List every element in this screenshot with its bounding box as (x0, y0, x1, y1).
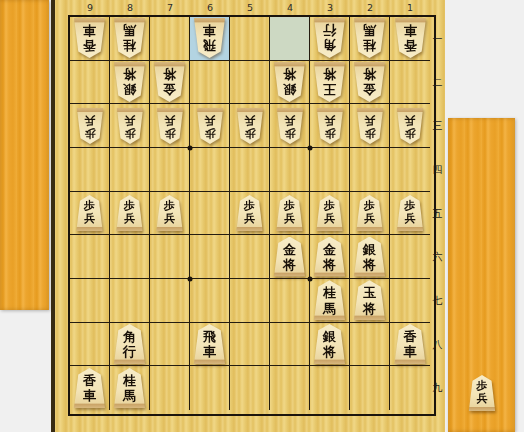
square-95[interactable]: 歩兵 (70, 192, 110, 236)
hand-piece-歩兵-sente[interactable]: 歩兵 (468, 375, 496, 411)
gote-hand-tray[interactable] (0, 0, 49, 310)
piece-角行-gote[interactable]: 角行 (313, 18, 346, 58)
square-18[interactable]: 香車 (390, 323, 430, 367)
board-grid[interactable]: 香車桂馬飛車角行桂馬香車銀将金将銀将王将金将歩兵歩兵歩兵歩兵歩兵歩兵歩兵歩兵歩兵… (70, 17, 430, 410)
square-78[interactable] (150, 323, 190, 367)
piece-桂馬-gote[interactable]: 桂馬 (113, 18, 146, 58)
piece-香車-sente[interactable]: 香車 (73, 368, 106, 408)
piece-face: 金将 (273, 237, 306, 277)
shogi-board-panel: 987654321 香車桂馬飛車角行桂馬香車銀将金将銀将王将金将歩兵歩兵歩兵歩兵… (51, 0, 445, 432)
sente-hand-tray[interactable]: 歩兵 (448, 118, 515, 432)
square-24[interactable] (350, 148, 390, 192)
piece-銀将-gote[interactable]: 銀将 (113, 62, 146, 102)
piece-歩兵-gote[interactable]: 歩兵 (156, 108, 184, 144)
piece-金将-sente[interactable]: 金将 (273, 237, 306, 277)
square-72[interactable]: 金将 (150, 61, 190, 105)
square-83[interactable]: 歩兵 (110, 104, 150, 148)
square-35[interactable]: 歩兵 (310, 192, 350, 236)
piece-face: 歩兵 (396, 108, 424, 144)
piece-飛車-gote[interactable]: 飛車 (193, 18, 226, 58)
square-79[interactable] (150, 366, 190, 410)
piece-face: 銀将 (113, 62, 146, 102)
square-31[interactable]: 角行 (310, 17, 350, 61)
square-68[interactable]: 飛車 (190, 323, 230, 367)
piece-玉将-sente[interactable]: 玉将 (353, 280, 386, 320)
app-window: 987654321 香車桂馬飛車角行桂馬香車銀将金将銀将王将金将歩兵歩兵歩兵歩兵… (0, 0, 524, 432)
piece-歩兵-sente[interactable]: 歩兵 (156, 195, 184, 231)
square-57[interactable] (230, 279, 270, 323)
square-22[interactable]: 金将 (350, 61, 390, 105)
star-point (188, 146, 193, 151)
square-65[interactable] (190, 192, 230, 236)
piece-face: 金将 (153, 62, 186, 102)
square-53[interactable]: 歩兵 (230, 104, 270, 148)
square-38[interactable]: 銀将 (310, 323, 350, 367)
square-13[interactable]: 歩兵 (390, 104, 430, 148)
square-76[interactable] (150, 235, 190, 279)
square-75[interactable]: 歩兵 (150, 192, 190, 236)
file-label-3: 3 (310, 0, 350, 16)
piece-face: 香車 (394, 18, 427, 58)
piece-銀将-sente[interactable]: 銀将 (353, 237, 386, 277)
piece-face: 歩兵 (276, 195, 304, 231)
square-42[interactable]: 銀将 (270, 61, 310, 105)
piece-金将-gote[interactable]: 金将 (153, 62, 186, 102)
board-grid-frame: 香車桂馬飛車角行桂馬香車銀将金将銀将王将金将歩兵歩兵歩兵歩兵歩兵歩兵歩兵歩兵歩兵… (68, 15, 436, 416)
square-36[interactable]: 金将 (310, 235, 350, 279)
square-99[interactable]: 香車 (70, 366, 110, 410)
square-96[interactable] (70, 235, 110, 279)
square-98[interactable] (70, 323, 110, 367)
piece-face: 桂馬 (113, 368, 146, 408)
piece-歩兵-sente[interactable]: 歩兵 (236, 195, 264, 231)
piece-金将-gote[interactable]: 金将 (353, 62, 386, 102)
file-label-2: 2 (350, 0, 390, 16)
piece-歩兵-gote[interactable]: 歩兵 (396, 108, 424, 144)
piece-王将-gote[interactable]: 王将 (313, 62, 346, 102)
piece-face: 歩兵 (276, 108, 304, 144)
piece-face: 歩兵 (396, 195, 424, 231)
square-32[interactable]: 王将 (310, 61, 350, 105)
file-label-8: 8 (110, 0, 150, 16)
square-16[interactable] (390, 235, 430, 279)
piece-角行-sente[interactable]: 角行 (113, 324, 146, 364)
rank-label-2: 二 (430, 61, 445, 105)
square-51[interactable] (230, 17, 270, 61)
piece-face: 歩兵 (196, 108, 224, 144)
square-55[interactable]: 歩兵 (230, 192, 270, 236)
square-15[interactable]: 歩兵 (390, 192, 430, 236)
square-43[interactable]: 歩兵 (270, 104, 310, 148)
piece-face: 歩兵 (156, 195, 184, 231)
piece-歩兵-gote[interactable]: 歩兵 (236, 108, 264, 144)
star-point (188, 277, 193, 282)
square-63[interactable]: 歩兵 (190, 104, 230, 148)
star-point (308, 146, 313, 151)
rank-label-5: 五 (430, 192, 445, 236)
file-label-1: 1 (390, 0, 430, 16)
file-label-7: 7 (150, 0, 190, 16)
piece-face: 歩兵 (236, 195, 264, 231)
piece-face: 角行 (313, 18, 346, 58)
square-19[interactable] (390, 366, 430, 410)
piece-飛車-sente[interactable]: 飛車 (193, 324, 226, 364)
square-84[interactable] (110, 148, 150, 192)
piece-face: 歩兵 (356, 195, 384, 231)
square-48[interactable] (270, 323, 310, 367)
square-89[interactable]: 桂馬 (110, 366, 150, 410)
square-12[interactable] (390, 61, 430, 105)
piece-歩兵-gote[interactable]: 歩兵 (356, 108, 384, 144)
piece-桂馬-gote[interactable]: 桂馬 (353, 18, 386, 58)
rank-label-8: 八 (430, 323, 445, 367)
piece-face: 銀将 (313, 324, 346, 364)
piece-桂馬-sente[interactable]: 桂馬 (313, 280, 346, 320)
square-59[interactable] (230, 366, 270, 410)
piece-face: 歩兵 (468, 375, 496, 411)
square-44[interactable] (270, 148, 310, 192)
piece-face: 桂馬 (353, 18, 386, 58)
piece-銀将-sente[interactable]: 銀将 (313, 324, 346, 364)
piece-香車-sente[interactable]: 香車 (394, 324, 427, 364)
piece-face: 桂馬 (113, 18, 146, 58)
square-47[interactable] (270, 279, 310, 323)
piece-face: 香車 (394, 324, 427, 364)
square-81[interactable]: 桂馬 (110, 17, 150, 61)
piece-face: 歩兵 (316, 195, 344, 231)
piece-face: 歩兵 (236, 108, 264, 144)
square-61[interactable]: 飛車 (190, 17, 230, 61)
piece-face: 香車 (73, 368, 106, 408)
square-73[interactable]: 歩兵 (150, 104, 190, 148)
square-27[interactable]: 玉将 (350, 279, 390, 323)
rank-label-9: 九 (430, 366, 445, 410)
piece-歩兵-sente[interactable]: 歩兵 (76, 195, 104, 231)
file-label-4: 4 (270, 0, 310, 16)
piece-歩兵-sente[interactable]: 歩兵 (356, 195, 384, 231)
square-39[interactable] (310, 366, 350, 410)
square-21[interactable]: 桂馬 (350, 17, 390, 61)
square-64[interactable] (190, 148, 230, 192)
square-17[interactable] (390, 279, 430, 323)
piece-face: 銀将 (273, 62, 306, 102)
file-labels: 987654321 (70, 0, 430, 16)
file-label-9: 9 (70, 0, 110, 16)
square-41[interactable] (270, 17, 310, 61)
square-28[interactable] (350, 323, 390, 367)
square-14[interactable] (390, 148, 430, 192)
piece-桂馬-sente[interactable]: 桂馬 (113, 368, 146, 408)
square-82[interactable]: 銀将 (110, 61, 150, 105)
square-67[interactable] (190, 279, 230, 323)
piece-face: 歩兵 (76, 195, 104, 231)
piece-face: 玉将 (353, 280, 386, 320)
rank-label-7: 七 (430, 279, 445, 323)
piece-歩兵-gote[interactable]: 歩兵 (196, 108, 224, 144)
square-93[interactable]: 歩兵 (70, 104, 110, 148)
piece-歩兵-gote[interactable]: 歩兵 (276, 108, 304, 144)
rank-label-4: 四 (430, 148, 445, 192)
square-86[interactable] (110, 235, 150, 279)
piece-face: 金将 (353, 62, 386, 102)
square-91[interactable]: 香車 (70, 17, 110, 61)
rank-label-3: 三 (430, 104, 445, 148)
rank-labels: 一二三四五六七八九 (430, 17, 445, 410)
piece-face: 歩兵 (356, 108, 384, 144)
square-94[interactable] (70, 148, 110, 192)
piece-face: 歩兵 (156, 108, 184, 144)
piece-歩兵-sente[interactable]: 歩兵 (116, 195, 144, 231)
piece-face: 王将 (313, 62, 346, 102)
square-52[interactable] (230, 61, 270, 105)
square-37[interactable]: 桂馬 (310, 279, 350, 323)
piece-face: 歩兵 (116, 108, 144, 144)
piece-歩兵-gote[interactable]: 歩兵 (316, 108, 344, 144)
piece-face: 角行 (113, 324, 146, 364)
square-66[interactable] (190, 235, 230, 279)
piece-face: 飛車 (193, 324, 226, 364)
square-34[interactable] (310, 148, 350, 192)
rank-label-1: 一 (430, 17, 445, 61)
square-26[interactable]: 銀将 (350, 235, 390, 279)
square-29[interactable] (350, 366, 390, 410)
square-56[interactable] (230, 235, 270, 279)
piece-face: 桂馬 (313, 280, 346, 320)
piece-銀将-gote[interactable]: 銀将 (273, 62, 306, 102)
square-71[interactable] (150, 17, 190, 61)
file-label-6: 6 (190, 0, 230, 16)
piece-face: 銀将 (353, 237, 386, 277)
square-25[interactable]: 歩兵 (350, 192, 390, 236)
star-point (308, 277, 313, 282)
square-54[interactable] (230, 148, 270, 192)
piece-歩兵-sente[interactable]: 歩兵 (396, 195, 424, 231)
piece-歩兵-gote[interactable]: 歩兵 (76, 108, 104, 144)
square-45[interactable]: 歩兵 (270, 192, 310, 236)
piece-歩兵-sente[interactable]: 歩兵 (316, 195, 344, 231)
piece-face: 飛車 (193, 18, 226, 58)
square-87[interactable] (110, 279, 150, 323)
square-74[interactable] (150, 148, 190, 192)
square-46[interactable]: 金将 (270, 235, 310, 279)
piece-face: 歩兵 (76, 108, 104, 144)
piece-歩兵-sente[interactable]: 歩兵 (276, 195, 304, 231)
square-97[interactable] (70, 279, 110, 323)
square-88[interactable]: 角行 (110, 323, 150, 367)
piece-face: 歩兵 (316, 108, 344, 144)
piece-face: 歩兵 (116, 195, 144, 231)
piece-歩兵-gote[interactable]: 歩兵 (116, 108, 144, 144)
square-92[interactable] (70, 61, 110, 105)
square-33[interactable]: 歩兵 (310, 104, 350, 148)
square-58[interactable] (230, 323, 270, 367)
square-11[interactable]: 香車 (390, 17, 430, 61)
square-69[interactable] (190, 366, 230, 410)
piece-face: 香車 (73, 18, 106, 58)
square-85[interactable]: 歩兵 (110, 192, 150, 236)
file-label-5: 5 (230, 0, 270, 16)
square-62[interactable] (190, 61, 230, 105)
piece-香車-gote[interactable]: 香車 (394, 18, 427, 58)
square-23[interactable]: 歩兵 (350, 104, 390, 148)
piece-香車-gote[interactable]: 香車 (73, 18, 106, 58)
square-49[interactable] (270, 366, 310, 410)
piece-face: 金将 (313, 237, 346, 277)
square-77[interactable] (150, 279, 190, 323)
rank-label-6: 六 (430, 235, 445, 279)
piece-金将-sente[interactable]: 金将 (313, 237, 346, 277)
